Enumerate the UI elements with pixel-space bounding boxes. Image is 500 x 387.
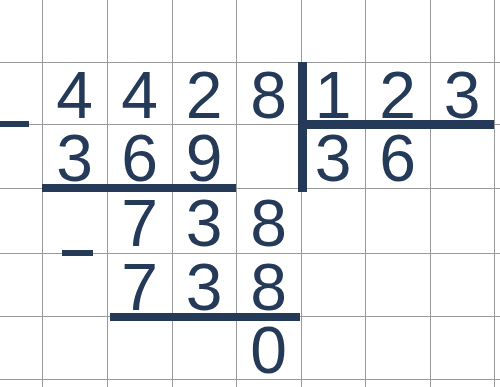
dividend-digit-hundreds: 4: [107, 64, 172, 126]
final-remainder-digit: 0: [236, 318, 301, 381]
product2-digit-hundreds: 7: [107, 255, 172, 318]
grid-line-vertical-6: [365, 0, 366, 387]
divisor-digit-tens: 2: [365, 64, 430, 126]
dividend-digit-ones: 8: [236, 64, 301, 126]
minus-sign-2: [62, 250, 93, 256]
grid-line-vertical-1: [42, 0, 43, 387]
product2-digit-tens: 3: [172, 255, 236, 318]
divisor-digit-hundreds: 1: [301, 64, 365, 126]
quotient-digit-ones: 6: [365, 126, 430, 190]
grid-line-vertical-8: [494, 0, 495, 387]
grid-line-vertical-7: [430, 0, 431, 387]
minus-sign-1: [0, 121, 29, 127]
dividend-digit-tens: 2: [172, 64, 236, 126]
divisor-digit-ones: 3: [430, 64, 494, 126]
product1-digit-ones: 9: [172, 126, 236, 190]
product1-digit-tens: 6: [107, 126, 172, 190]
product1-digit-hundreds: 3: [42, 126, 107, 190]
remainder1-digit-hundreds: 7: [107, 190, 172, 255]
quotient-digit-tens: 3: [301, 126, 365, 190]
long-division-grid-paper: 4428123369367387380: [0, 0, 500, 387]
dividend-digit-thousands: 4: [42, 64, 107, 126]
remainder1-digit-ones: 8: [236, 190, 301, 255]
product2-digit-ones: 8: [236, 255, 301, 318]
remainder1-digit-tens: 3: [172, 190, 236, 255]
grid-line-vertical-5: [301, 0, 302, 387]
